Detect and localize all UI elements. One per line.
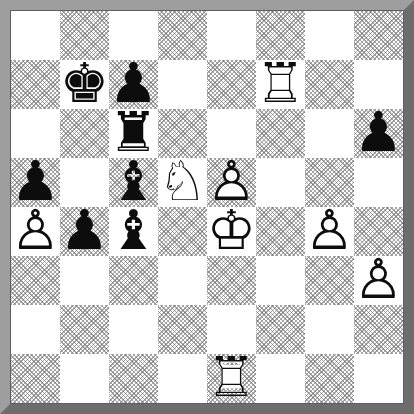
- black-pawn[interactable]: ♟: [11, 158, 60, 207]
- square-a4[interactable]: ♟♙: [11, 207, 60, 256]
- square-h7[interactable]: [354, 60, 403, 109]
- square-c3[interactable]: [109, 256, 158, 305]
- white-piece-fill: ♞: [158, 157, 207, 206]
- square-g8[interactable]: [305, 11, 354, 60]
- square-h4[interactable]: [354, 207, 403, 256]
- chess-board: ♚♟♜♖♜♟♟♝♞♘♟♙♟♙♟♝♚♔♟♙♟♙♜♖: [11, 11, 403, 403]
- square-a6[interactable]: [11, 109, 60, 158]
- square-d8[interactable]: [158, 11, 207, 60]
- square-f4[interactable]: [256, 207, 305, 256]
- square-e6[interactable]: [207, 109, 256, 158]
- square-h8[interactable]: [354, 11, 403, 60]
- white-knight[interactable]: ♞♘: [158, 158, 207, 207]
- black-rook[interactable]: ♜: [109, 109, 158, 158]
- black-piece-glyph: ♟: [354, 108, 403, 157]
- square-e2[interactable]: [207, 305, 256, 354]
- square-c4[interactable]: ♝: [109, 207, 158, 256]
- black-pawn[interactable]: ♟: [354, 109, 403, 158]
- square-f7[interactable]: ♜♖: [256, 60, 305, 109]
- white-king[interactable]: ♚♔: [207, 207, 256, 256]
- square-e7[interactable]: [207, 60, 256, 109]
- white-piece-outline: ♙: [11, 206, 60, 255]
- white-piece-outline: ♖: [256, 59, 305, 108]
- white-rook[interactable]: ♜♖: [207, 354, 256, 403]
- white-pawn[interactable]: ♟♙: [11, 207, 60, 256]
- white-piece-fill: ♟: [354, 255, 403, 304]
- square-g5[interactable]: [305, 158, 354, 207]
- square-g4[interactable]: ♟♙: [305, 207, 354, 256]
- black-piece-glyph: ♚: [60, 59, 109, 108]
- square-a5[interactable]: ♟: [11, 158, 60, 207]
- square-h1[interactable]: [354, 354, 403, 403]
- square-d7[interactable]: [158, 60, 207, 109]
- square-c8[interactable]: [109, 11, 158, 60]
- square-g3[interactable]: [305, 256, 354, 305]
- square-a3[interactable]: [11, 256, 60, 305]
- square-e1[interactable]: ♜♖: [207, 354, 256, 403]
- square-b5[interactable]: [60, 158, 109, 207]
- black-piece-glyph: ♝: [109, 157, 158, 206]
- white-piece-outline: ♖: [207, 353, 256, 402]
- square-d2[interactable]: [158, 305, 207, 354]
- square-d5[interactable]: ♞♘: [158, 158, 207, 207]
- square-d4[interactable]: [158, 207, 207, 256]
- square-b4[interactable]: ♟: [60, 207, 109, 256]
- black-pawn[interactable]: ♟: [109, 60, 158, 109]
- square-h5[interactable]: [354, 158, 403, 207]
- square-b2[interactable]: [60, 305, 109, 354]
- square-a1[interactable]: [11, 354, 60, 403]
- board-frame: ♚♟♜♖♜♟♟♝♞♘♟♙♟♙♟♝♚♔♟♙♟♙♜♖: [0, 0, 414, 414]
- black-piece-glyph: ♟: [109, 59, 158, 108]
- square-c1[interactable]: [109, 354, 158, 403]
- white-piece-fill: ♟: [11, 206, 60, 255]
- black-piece-glyph: ♟: [11, 157, 60, 206]
- white-pawn[interactable]: ♟♙: [207, 158, 256, 207]
- white-piece-outline: ♙: [305, 206, 354, 255]
- square-f6[interactable]: [256, 109, 305, 158]
- square-d1[interactable]: [158, 354, 207, 403]
- black-piece-glyph: ♜: [109, 108, 158, 157]
- black-king[interactable]: ♚: [60, 60, 109, 109]
- square-b1[interactable]: [60, 354, 109, 403]
- square-e3[interactable]: [207, 256, 256, 305]
- square-f3[interactable]: [256, 256, 305, 305]
- square-h2[interactable]: [354, 305, 403, 354]
- white-piece-fill: ♟: [207, 157, 256, 206]
- white-pawn[interactable]: ♟♙: [305, 207, 354, 256]
- white-piece-fill: ♜: [256, 59, 305, 108]
- white-rook[interactable]: ♜♖: [256, 60, 305, 109]
- white-piece-outline: ♙: [354, 255, 403, 304]
- white-piece-outline: ♔: [207, 206, 256, 255]
- square-e4[interactable]: ♚♔: [207, 207, 256, 256]
- square-c6[interactable]: ♜: [109, 109, 158, 158]
- square-g6[interactable]: [305, 109, 354, 158]
- square-c5[interactable]: ♝: [109, 158, 158, 207]
- square-a8[interactable]: [11, 11, 60, 60]
- square-c7[interactable]: ♟: [109, 60, 158, 109]
- square-d3[interactable]: [158, 256, 207, 305]
- square-g1[interactable]: [305, 354, 354, 403]
- square-g7[interactable]: [305, 60, 354, 109]
- square-f8[interactable]: [256, 11, 305, 60]
- white-piece-outline: ♘: [158, 157, 207, 206]
- square-c2[interactable]: [109, 305, 158, 354]
- square-b3[interactable]: [60, 256, 109, 305]
- square-g2[interactable]: [305, 305, 354, 354]
- square-a7[interactable]: [11, 60, 60, 109]
- black-piece-glyph: ♟: [60, 206, 109, 255]
- black-bishop[interactable]: ♝: [109, 158, 158, 207]
- white-piece-outline: ♙: [207, 157, 256, 206]
- white-pawn[interactable]: ♟♙: [354, 256, 403, 305]
- square-a2[interactable]: [11, 305, 60, 354]
- square-b6[interactable]: [60, 109, 109, 158]
- black-piece-glyph: ♝: [109, 206, 158, 255]
- square-e8[interactable]: [207, 11, 256, 60]
- square-b7[interactable]: ♚: [60, 60, 109, 109]
- square-e5[interactable]: ♟♙: [207, 158, 256, 207]
- square-d6[interactable]: [158, 109, 207, 158]
- white-piece-fill: ♚: [207, 206, 256, 255]
- square-f5[interactable]: [256, 158, 305, 207]
- square-b8[interactable]: [60, 11, 109, 60]
- square-f2[interactable]: [256, 305, 305, 354]
- black-pawn[interactable]: ♟: [60, 207, 109, 256]
- square-f1[interactable]: [256, 354, 305, 403]
- square-h6[interactable]: ♟: [354, 109, 403, 158]
- square-h3[interactable]: ♟♙: [354, 256, 403, 305]
- black-bishop[interactable]: ♝: [109, 207, 158, 256]
- white-piece-fill: ♟: [305, 206, 354, 255]
- white-piece-fill: ♜: [207, 353, 256, 402]
